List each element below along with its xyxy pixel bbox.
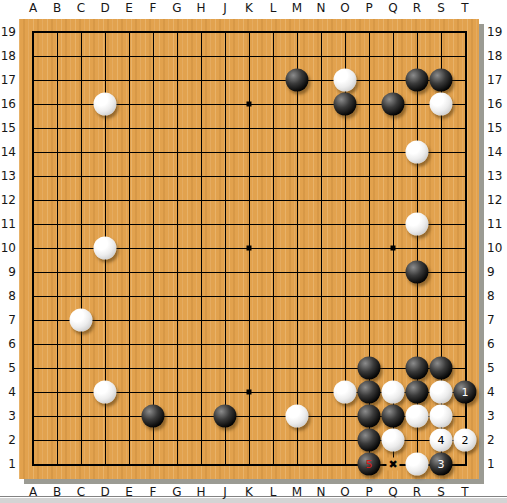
row-label-right: 9 [487, 265, 507, 279]
move-number-label: 5 [366, 459, 373, 470]
stone-black-J3 [214, 405, 237, 428]
stone-white-R11 [406, 213, 429, 236]
stone-black-R4 [406, 381, 429, 404]
column-label-top: B [45, 1, 69, 15]
row-label-right: 15 [487, 121, 507, 135]
column-label-top: F [141, 1, 165, 15]
stone-black-T4: 1 [454, 381, 477, 404]
column-label-bottom: A [21, 485, 45, 499]
stone-black-S1: 3 [430, 453, 453, 476]
move-number-label: 1 [462, 387, 469, 398]
move-number-label: 2 [462, 435, 469, 446]
stone-black-R17 [406, 69, 429, 92]
row-label-right: 12 [487, 193, 507, 207]
column-label-bottom: F [141, 485, 165, 499]
column-label-bottom: R [405, 485, 429, 499]
column-label-bottom: C [69, 485, 93, 499]
column-label-bottom: H [189, 485, 213, 499]
stone-black-F3 [142, 405, 165, 428]
row-label-left: 8 [0, 289, 16, 303]
column-label-top: S [429, 1, 453, 15]
row-label-left: 9 [0, 265, 16, 279]
row-label-right: 4 [487, 385, 507, 399]
row-label-right: 8 [487, 289, 507, 303]
stone-black-O16 [334, 93, 357, 116]
stone-black-S5 [430, 357, 453, 380]
stone-white-D10 [94, 237, 117, 260]
row-label-left: 19 [0, 25, 16, 39]
stone-white-R1 [406, 453, 429, 476]
row-label-right: 18 [487, 49, 507, 63]
column-label-top: L [261, 1, 285, 15]
stone-white-S4 [430, 381, 453, 404]
column-label-top: G [165, 1, 189, 15]
row-label-left: 16 [0, 97, 16, 111]
stone-white-O17 [334, 69, 357, 92]
column-label-top: R [405, 1, 429, 15]
row-label-right: 11 [487, 217, 507, 231]
row-label-left: 6 [0, 337, 16, 351]
column-label-bottom: E [117, 485, 141, 499]
column-label-top: J [213, 1, 237, 15]
row-label-right: 1 [487, 457, 507, 471]
stone-black-P3 [358, 405, 381, 428]
stone-black-M17 [286, 69, 309, 92]
stone-white-C7 [70, 309, 93, 332]
stone-black-R5 [406, 357, 429, 380]
column-label-top: A [21, 1, 45, 15]
column-label-top: C [69, 1, 93, 15]
row-label-left: 4 [0, 385, 16, 399]
row-label-left: 14 [0, 145, 16, 159]
row-label-left: 17 [0, 73, 16, 87]
stone-white-S3 [430, 405, 453, 428]
column-label-bottom: J [213, 485, 237, 499]
row-label-right: 13 [487, 169, 507, 183]
stone-white-S2: 4 [430, 429, 453, 452]
stone-white-R3 [406, 405, 429, 428]
row-label-left: 12 [0, 193, 16, 207]
row-label-left: 5 [0, 361, 16, 375]
move-number-label: 3 [438, 459, 445, 470]
stone-white-S16 [430, 93, 453, 116]
stone-black-P4 [358, 381, 381, 404]
stone-black-P2 [358, 429, 381, 452]
row-label-left: 18 [0, 49, 16, 63]
column-label-bottom: K [237, 485, 261, 499]
row-label-right: 3 [487, 409, 507, 423]
stone-black-Q16 [382, 93, 405, 116]
column-label-top: K [237, 1, 261, 15]
x-mark-Q1: ✖ [387, 458, 400, 471]
column-label-bottom: N [309, 485, 333, 499]
row-label-right: 19 [487, 25, 507, 39]
star-point [247, 390, 252, 395]
row-label-right: 7 [487, 313, 507, 327]
column-label-bottom: M [285, 485, 309, 499]
column-label-top: Q [381, 1, 405, 15]
stone-white-D4 [94, 381, 117, 404]
row-label-left: 7 [0, 313, 16, 327]
column-label-bottom: G [165, 485, 189, 499]
column-label-bottom: T [453, 485, 477, 499]
row-label-right: 5 [487, 361, 507, 375]
column-label-top: D [93, 1, 117, 15]
stone-black-Q3 [382, 405, 405, 428]
stone-white-T2: 2 [454, 429, 477, 452]
row-label-left: 1 [0, 457, 16, 471]
stone-black-S17 [430, 69, 453, 92]
row-label-left: 3 [0, 409, 16, 423]
move-number-label: 4 [438, 435, 445, 446]
stone-white-O4 [334, 381, 357, 404]
stone-black-P1: 5 [358, 453, 381, 476]
row-label-right: 17 [487, 73, 507, 87]
stone-black-R9 [406, 261, 429, 284]
stone-white-D16 [94, 93, 117, 116]
column-label-bottom: D [93, 485, 117, 499]
column-label-bottom: Q [381, 485, 405, 499]
column-label-bottom: B [45, 485, 69, 499]
column-label-top: M [285, 1, 309, 15]
row-label-left: 2 [0, 433, 16, 447]
column-label-top: N [309, 1, 333, 15]
star-point [247, 102, 252, 107]
stone-white-Q4 [382, 381, 405, 404]
star-point [247, 246, 252, 251]
stone-black-P5 [358, 357, 381, 380]
stone-white-R14 [406, 141, 429, 164]
column-label-top: P [357, 1, 381, 15]
row-label-right: 16 [487, 97, 507, 111]
column-label-bottom: L [261, 485, 285, 499]
column-label-top: T [453, 1, 477, 15]
row-label-right: 2 [487, 433, 507, 447]
row-label-left: 13 [0, 169, 16, 183]
row-label-right: 6 [487, 337, 507, 351]
stone-white-Q2 [382, 429, 405, 452]
column-label-bottom: P [357, 485, 381, 499]
column-label-bottom: O [333, 485, 357, 499]
row-label-left: 15 [0, 121, 16, 135]
stone-white-M3 [286, 405, 309, 428]
row-label-right: 10 [487, 241, 507, 255]
column-label-bottom: S [429, 485, 453, 499]
row-label-left: 11 [0, 217, 16, 231]
row-label-left: 10 [0, 241, 16, 255]
star-point [391, 246, 396, 251]
column-label-top: H [189, 1, 213, 15]
go-app-window: AABBCCDDEEFFGGHHJJKKLLMMNNOOPPQQRRSSTT19… [0, 0, 507, 503]
column-label-top: E [117, 1, 141, 15]
row-label-right: 14 [487, 145, 507, 159]
column-label-top: O [333, 1, 357, 15]
